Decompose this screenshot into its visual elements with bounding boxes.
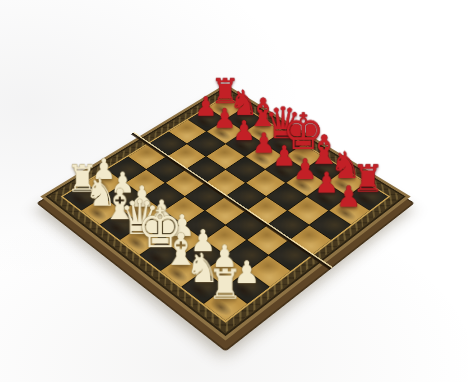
red-pawn[interactable]: ♟ xyxy=(319,182,378,211)
board-frame: ♜♞♝♛♚♝♞♜♟♟♟♟♟♟♟♟♟♟♟♟♟♟♟♟♜♞♝♛♚♝♞♜ xyxy=(40,84,410,340)
square-h7[interactable]: ♟ xyxy=(329,197,369,225)
square-h1[interactable]: ♜ xyxy=(204,288,248,321)
photo-background: ♜♞♝♛♚♝♞♜♟♟♟♟♟♟♟♟♟♟♟♟♟♟♟♟♜♞♝♛♚♝♞♜ xyxy=(0,0,468,382)
chessboard-3d-scene: ♜♞♝♛♚♝♞♜♟♟♟♟♟♟♟♟♟♟♟♟♟♟♟♟♜♞♝♛♚♝♞♜ xyxy=(40,84,410,340)
chessboard: ♜♞♝♛♚♝♞♜♟♟♟♟♟♟♟♟♟♟♟♟♟♟♟♟♜♞♝♛♚♝♞♜ xyxy=(61,95,391,323)
white-rook[interactable]: ♜ xyxy=(192,264,256,305)
